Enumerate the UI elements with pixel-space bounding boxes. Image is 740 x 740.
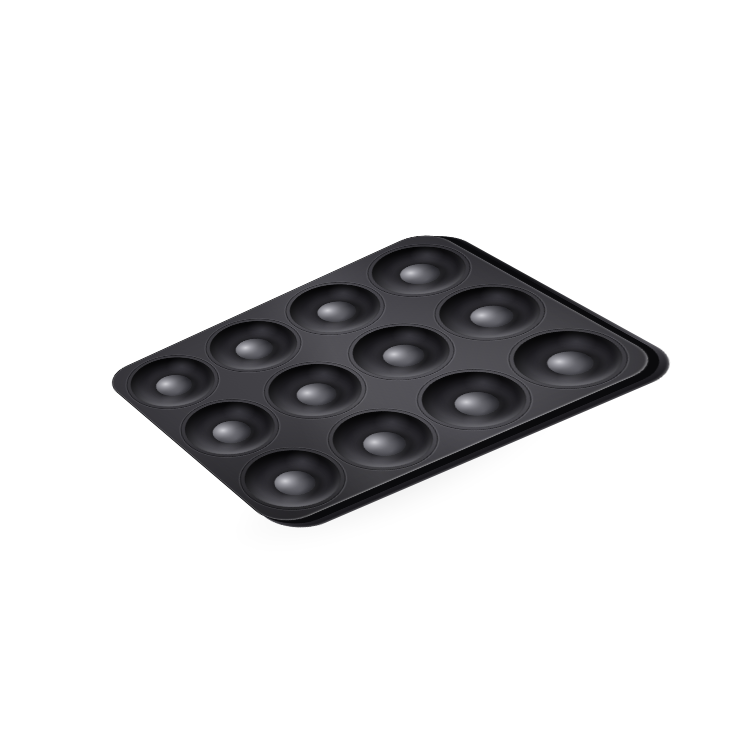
cavity-center-post [538, 347, 603, 380]
cavity-center-post [393, 260, 448, 289]
cavity-grid [107, 232, 659, 525]
cavity-center-post [310, 298, 363, 327]
cavity-center-post [289, 379, 344, 410]
cavity-center-post [462, 301, 522, 332]
cavity-center-post [375, 340, 432, 371]
cavity-center-post [229, 335, 280, 364]
cavity-center-post [266, 466, 323, 500]
donut-pan [100, 228, 668, 530]
cavity-center-post [446, 387, 508, 420]
cavity-center-post [205, 416, 258, 447]
cavity-center-post [355, 427, 414, 460]
product-photo-stage [0, 0, 740, 740]
cavity-center-post [149, 371, 198, 400]
